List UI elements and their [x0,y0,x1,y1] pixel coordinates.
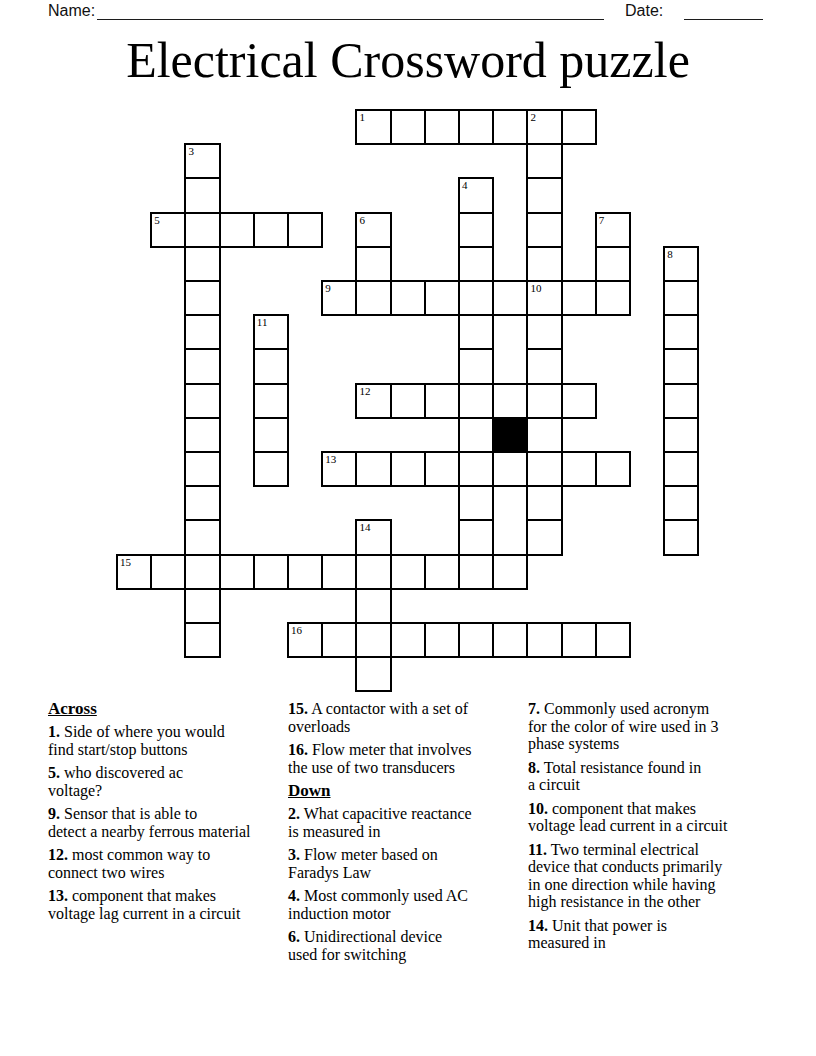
grid-cell[interactable]: 13 [321,451,357,487]
grid-cell[interactable] [458,280,494,316]
grid-cell[interactable] [184,622,220,658]
cell-number-12: 12 [359,385,370,398]
grid-cell[interactable] [355,246,391,282]
grid-cell[interactable] [150,554,186,590]
grid-cell[interactable]: 14 [355,519,391,555]
grid-cell[interactable]: 6 [355,212,391,248]
clue-text: Commonly used acronym for the color of w… [528,700,719,752]
grid-cell[interactable] [355,554,391,590]
grid-cell[interactable] [458,314,494,350]
cell-number-9: 9 [325,282,331,295]
cell-number-3: 3 [188,145,194,158]
grid-cell[interactable] [526,177,562,213]
grid-cell[interactable] [253,451,289,487]
grid-cell[interactable] [561,622,597,658]
clue-number: 8. [528,759,540,776]
grid-cell[interactable] [458,519,494,555]
grid-cell[interactable] [184,280,220,316]
grid-cell[interactable] [526,485,562,521]
grid-cell[interactable] [390,554,426,590]
clue-down-2: 2. What capacitive reactance is measured… [288,805,528,840]
grid-cell[interactable] [184,588,220,624]
grid-cell[interactable] [424,622,460,658]
clue-column-3: 7. Commonly used acronym for the color o… [528,700,768,958]
grid-cell[interactable] [184,383,220,419]
grid-cell[interactable] [458,246,494,282]
grid-cell[interactable]: 8 [663,246,699,282]
grid-cell[interactable] [526,622,562,658]
grid-cell[interactable] [561,280,597,316]
grid-cell[interactable] [492,280,528,316]
grid-cell[interactable] [663,348,699,384]
grid-cell[interactable] [663,451,699,487]
crossword-grid: 12345678910111213141516 [0,0,816,700]
grid-cell[interactable] [424,280,460,316]
clue-number: 16. [288,741,308,758]
grid-cell[interactable] [561,451,597,487]
grid-cell[interactable] [526,314,562,350]
grid-cell[interactable] [424,554,460,590]
clue-number: 14. [528,917,548,934]
grid-cell-black [492,417,528,453]
grid-cell[interactable] [184,348,220,384]
grid-cell[interactable] [663,417,699,453]
grid-cell[interactable] [184,314,220,350]
clue-text: Sensor that is able to detect a nearby f… [48,805,251,840]
grid-cell[interactable] [253,383,289,419]
clue-text: Flow meter based on Faradys Law [288,846,438,881]
clue-number: 5. [48,764,60,781]
grid-cell[interactable] [595,280,631,316]
grid-cell[interactable] [526,383,562,419]
grid-cell[interactable]: 15 [116,554,152,590]
clue-number: 10. [528,800,548,817]
down-heading: Down [288,782,528,800]
clue-across-15: 15. A contactor with a set of overloads [288,700,528,735]
cell-number-4: 4 [462,179,468,192]
grid-cell[interactable] [492,554,528,590]
clue-across-1: 1. Side of where you would find start/st… [48,723,288,758]
grid-cell[interactable]: 12 [355,383,391,419]
clue-text: component that makes voltage lag current… [48,887,240,922]
grid-cell[interactable] [390,280,426,316]
clue-down-6: 6. Unidirectional device used for switch… [288,928,528,963]
grid-cell[interactable]: 4 [458,177,494,213]
grid-cell[interactable]: 1 [355,109,391,145]
grid-cell[interactable] [390,383,426,419]
grid-cell[interactable] [184,554,220,590]
grid-cell[interactable] [390,451,426,487]
grid-cell[interactable] [663,485,699,521]
grid-cell[interactable] [526,143,562,179]
grid-cell[interactable] [184,177,220,213]
grid-cell[interactable] [390,622,426,658]
clue-down-8: 8. Total resistance found in a circuit [528,759,768,794]
clue-down-3: 3. Flow meter based on Faradys Law [288,846,528,881]
grid-cell[interactable]: 16 [287,622,323,658]
grid-cell[interactable] [253,348,289,384]
grid-cell[interactable] [663,314,699,350]
cell-number-8: 8 [667,248,673,261]
grid-cell[interactable] [492,109,528,145]
grid-cell[interactable] [219,554,255,590]
clue-number: 13. [48,887,68,904]
clue-down-10: 10. component that makes voltage lead cu… [528,800,768,835]
grid-cell[interactable] [458,485,494,521]
grid-cell[interactable] [458,383,494,419]
clue-text: component that makes voltage lead curren… [528,800,727,835]
grid-cell[interactable] [458,622,494,658]
grid-cell[interactable] [458,417,494,453]
clue-down-14: 14. Unit that power is measured in [528,917,768,952]
clue-text: Flow meter that involves the use of two … [288,741,472,776]
grid-cell[interactable] [424,383,460,419]
grid-cell[interactable] [253,417,289,453]
grid-cell[interactable] [526,451,562,487]
grid-cell[interactable] [663,383,699,419]
cell-number-15: 15 [120,556,131,569]
clue-text: What capacitive reactance is measured in [288,805,472,840]
clue-number: 4. [288,887,300,904]
grid-cell[interactable] [355,656,391,692]
clue-number: 6. [288,928,300,945]
grid-cell[interactable] [424,109,460,145]
grid-cell[interactable] [184,451,220,487]
clue-across-9: 9. Sensor that is able to detect a nearb… [48,805,288,840]
grid-cell[interactable] [526,348,562,384]
cell-number-1: 1 [359,111,365,124]
grid-cell[interactable] [561,383,597,419]
cell-number-2: 2 [530,111,536,124]
grid-cell[interactable] [184,519,220,555]
grid-cell[interactable] [287,554,323,590]
grid-cell[interactable] [321,622,357,658]
grid-cell[interactable] [253,554,289,590]
grid-cell[interactable]: 11 [253,314,289,350]
clue-across-13: 13. component that makes voltage lag cur… [48,887,288,922]
grid-cell[interactable] [355,280,391,316]
grid-cell[interactable] [663,519,699,555]
grid-cell[interactable] [595,622,631,658]
grid-cell[interactable] [253,212,289,248]
cell-number-6: 6 [359,214,365,227]
clue-text: who discovered ac voltage? [48,764,183,799]
clue-text: Unidirectional device used for switching [288,928,442,963]
grid-cell[interactable] [321,554,357,590]
grid-cell[interactable]: 9 [321,280,357,316]
grid-cell[interactable]: 3 [184,143,220,179]
clue-across-16: 16. Flow meter that involves the use of … [288,741,528,776]
grid-cell[interactable] [458,348,494,384]
grid-cell[interactable] [526,212,562,248]
cell-number-5: 5 [154,214,160,227]
grid-cell[interactable] [458,109,494,145]
grid-cell[interactable] [355,451,391,487]
clue-column-1: Across1. Side of where you would find st… [48,700,288,928]
grid-cell[interactable] [595,451,631,487]
grid-cell[interactable]: 7 [595,212,631,248]
clue-number: 1. [48,723,60,740]
grid-cell[interactable] [184,485,220,521]
clue-across-12: 12. most common way to connect two wires [48,846,288,881]
cell-number-16: 16 [291,624,302,637]
grid-cell[interactable]: 5 [150,212,186,248]
grid-cell[interactable] [184,246,220,282]
grid-cell[interactable] [458,554,494,590]
grid-cell[interactable] [287,212,323,248]
clue-number: 2. [288,805,300,822]
clue-text: Side of where you would find start/stop … [48,723,225,758]
grid-cell[interactable] [663,280,699,316]
grid-cell[interactable] [355,588,391,624]
grid-cell[interactable] [184,212,220,248]
grid-cell[interactable] [390,109,426,145]
grid-cell[interactable]: 2 [526,109,562,145]
across-heading: Across [48,700,288,718]
grid-cell[interactable] [492,451,528,487]
clue-number: 15. [288,700,308,717]
clue-column-2: 15. A contactor with a set of overloads1… [288,700,528,969]
grid-cell[interactable] [219,212,255,248]
cell-number-11: 11 [257,316,268,329]
clue-down-4: 4. Most commonly used AC induction motor [288,887,528,922]
cell-number-7: 7 [599,214,605,227]
clue-down-11: 11. Two terminal electrical device that … [528,841,768,911]
clue-text: Two terminal electrical device that cond… [528,841,722,911]
clue-number: 7. [528,700,540,717]
grid-cell[interactable]: 10 [526,280,562,316]
grid-cell[interactable] [184,417,220,453]
cell-number-13: 13 [325,453,336,466]
grid-cell[interactable] [526,519,562,555]
clue-number: 12. [48,846,68,863]
clue-down-7: 7. Commonly used acronym for the color o… [528,700,768,753]
grid-cell[interactable] [595,246,631,282]
clue-number: 3. [288,846,300,863]
grid-cell[interactable] [458,212,494,248]
clue-text: Total resistance found in a circuit [528,759,701,794]
cell-number-10: 10 [530,282,541,295]
grid-cell[interactable] [424,451,460,487]
grid-cell[interactable] [355,622,391,658]
clue-text: Most commonly used AC induction motor [288,887,468,922]
grid-cell[interactable] [492,622,528,658]
clue-across-5: 5. who discovered ac voltage? [48,764,288,799]
grid-cell[interactable] [492,383,528,419]
clue-number: 9. [48,805,60,822]
clue-text: Unit that power is measured in [528,917,667,952]
clue-number: 11. [528,841,547,858]
clue-text: A contactor with a set of overloads [288,700,468,735]
cell-number-14: 14 [359,521,370,534]
grid-cell[interactable] [526,417,562,453]
grid-cell[interactable] [561,109,597,145]
grid-cell[interactable] [458,451,494,487]
grid-cell[interactable] [526,246,562,282]
clue-text: most common way to connect two wires [48,846,210,881]
worksheet-page: Name: Date: Electrical Crossword puzzle … [0,0,816,1056]
